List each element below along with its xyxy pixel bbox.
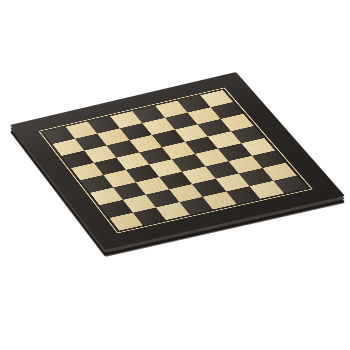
chess-board xyxy=(10,72,345,250)
board-squares-field xyxy=(43,90,308,231)
product-photo-stage xyxy=(0,0,350,350)
